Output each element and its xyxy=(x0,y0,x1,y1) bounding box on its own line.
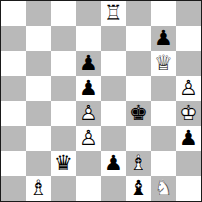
piece-black-king: ♚ xyxy=(126,101,151,126)
square-g4[interactable] xyxy=(151,101,176,126)
piece-black-pawn: ♟ xyxy=(76,76,101,101)
square-c4[interactable] xyxy=(51,101,76,126)
square-g1[interactable]: ♞♘ xyxy=(151,176,176,201)
square-h2[interactable] xyxy=(176,151,201,176)
piece-black-pawn: ♟ xyxy=(101,151,126,176)
square-g6[interactable]: ♛♕ xyxy=(151,51,176,76)
square-d4[interactable]: ♟♙ xyxy=(76,101,101,126)
square-f5[interactable] xyxy=(126,76,151,101)
square-h6[interactable] xyxy=(176,51,201,76)
square-c8[interactable] xyxy=(51,1,76,26)
piece-black-queen: ♛ xyxy=(51,151,76,176)
square-c1[interactable] xyxy=(51,176,76,201)
square-d2[interactable] xyxy=(76,151,101,176)
square-e6[interactable] xyxy=(101,51,126,76)
square-a8[interactable] xyxy=(1,1,26,26)
square-f3[interactable] xyxy=(126,126,151,151)
square-e5[interactable] xyxy=(101,76,126,101)
square-b2[interactable] xyxy=(26,151,51,176)
square-e4[interactable] xyxy=(101,101,126,126)
square-a7[interactable] xyxy=(1,26,26,51)
square-e3[interactable] xyxy=(101,126,126,151)
square-a2[interactable] xyxy=(1,151,26,176)
piece-white-pawn: ♙ xyxy=(76,101,101,126)
square-c3[interactable] xyxy=(51,126,76,151)
chess-board: ♜♖♟♟♛♕♟♟♙♟♙♚♚♔♟♙♟♛♟♝♗♝♗♝♞♘ xyxy=(0,0,202,202)
square-h1[interactable] xyxy=(176,176,201,201)
square-h7[interactable] xyxy=(176,26,201,51)
square-d1[interactable] xyxy=(76,176,101,201)
square-h4[interactable]: ♚♔ xyxy=(176,101,201,126)
square-c5[interactable] xyxy=(51,76,76,101)
square-a1[interactable] xyxy=(1,176,26,201)
square-g5[interactable] xyxy=(151,76,176,101)
square-a5[interactable] xyxy=(1,76,26,101)
square-g3[interactable] xyxy=(151,126,176,151)
square-f4[interactable]: ♚ xyxy=(126,101,151,126)
square-b1[interactable]: ♝♗ xyxy=(26,176,51,201)
piece-black-bishop: ♝ xyxy=(126,176,151,201)
square-f8[interactable] xyxy=(126,1,151,26)
square-d7[interactable] xyxy=(76,26,101,51)
square-e8[interactable]: ♜♖ xyxy=(101,1,126,26)
square-h8[interactable] xyxy=(176,1,201,26)
square-b4[interactable] xyxy=(26,101,51,126)
square-d6[interactable]: ♟ xyxy=(76,51,101,76)
piece-white-pawn: ♙ xyxy=(76,126,101,151)
square-e1[interactable] xyxy=(101,176,126,201)
square-a6[interactable] xyxy=(1,51,26,76)
square-d3[interactable]: ♟♙ xyxy=(76,126,101,151)
square-a3[interactable] xyxy=(1,126,26,151)
piece-black-pawn: ♟ xyxy=(151,26,176,51)
square-g7[interactable]: ♟ xyxy=(151,26,176,51)
piece-white-rook: ♖ xyxy=(101,1,126,26)
square-h5[interactable]: ♟♙ xyxy=(176,76,201,101)
square-f6[interactable] xyxy=(126,51,151,76)
square-c2[interactable]: ♛ xyxy=(51,151,76,176)
square-d5[interactable]: ♟ xyxy=(76,76,101,101)
square-f7[interactable] xyxy=(126,26,151,51)
square-b3[interactable] xyxy=(26,126,51,151)
square-a4[interactable] xyxy=(1,101,26,126)
piece-white-king: ♔ xyxy=(176,101,201,126)
square-b7[interactable] xyxy=(26,26,51,51)
piece-white-knight: ♘ xyxy=(151,176,176,201)
square-f1[interactable]: ♝ xyxy=(126,176,151,201)
square-b8[interactable] xyxy=(26,1,51,26)
piece-black-pawn: ♟ xyxy=(76,51,101,76)
piece-black-pawn: ♟ xyxy=(176,126,201,151)
square-g2[interactable] xyxy=(151,151,176,176)
square-h3[interactable]: ♟ xyxy=(176,126,201,151)
square-f2[interactable]: ♝♗ xyxy=(126,151,151,176)
square-e2[interactable]: ♟ xyxy=(101,151,126,176)
square-c6[interactable] xyxy=(51,51,76,76)
piece-white-bishop: ♗ xyxy=(126,151,151,176)
square-g8[interactable] xyxy=(151,1,176,26)
piece-white-pawn: ♙ xyxy=(176,76,201,101)
piece-white-queen: ♕ xyxy=(151,51,176,76)
square-b6[interactable] xyxy=(26,51,51,76)
square-b5[interactable] xyxy=(26,76,51,101)
square-c7[interactable] xyxy=(51,26,76,51)
square-d8[interactable] xyxy=(76,1,101,26)
piece-white-bishop: ♗ xyxy=(26,176,51,201)
square-e7[interactable] xyxy=(101,26,126,51)
